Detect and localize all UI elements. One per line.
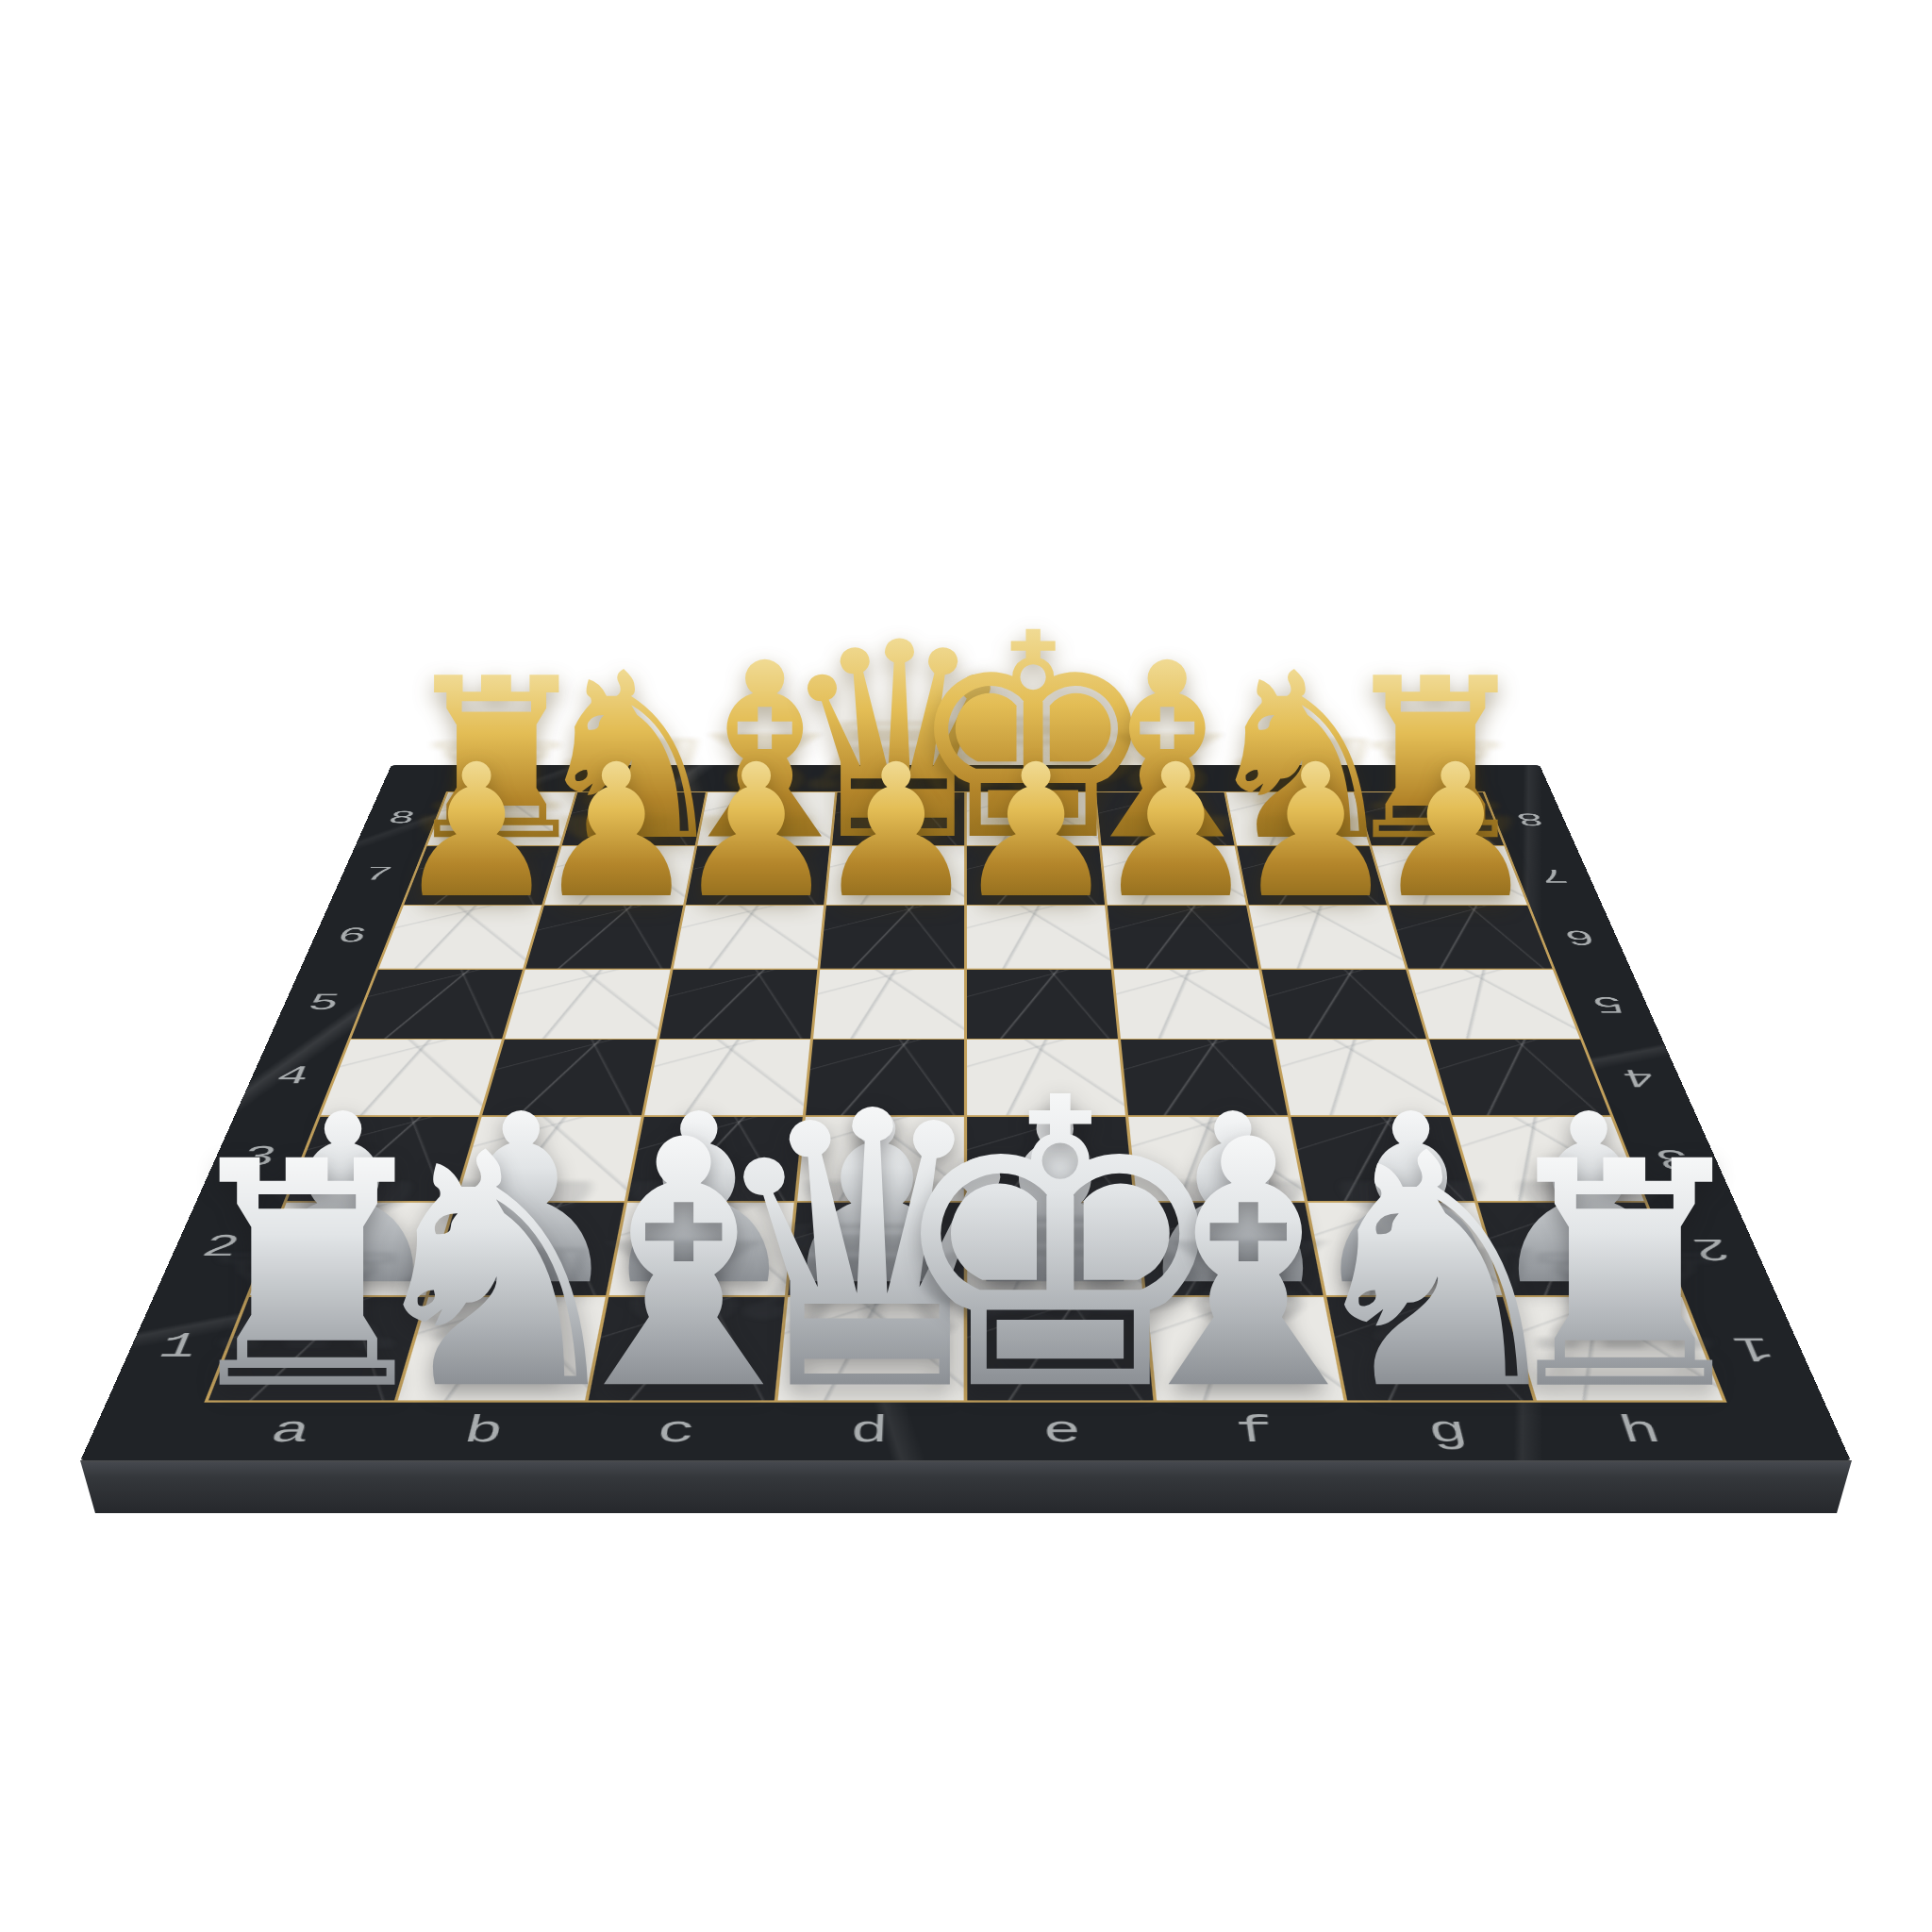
coord-rank-right-7: 7	[1536, 865, 1572, 885]
square-b5[interactable]	[505, 970, 670, 1039]
square-g5[interactable]	[1261, 970, 1426, 1039]
piece-black-pawn-h7[interactable]: ♟	[1373, 740, 1538, 924]
square-h5[interactable]	[1408, 970, 1580, 1039]
chess-scene: abcdefgh1122334455667788 ♜♜♞♞♝♝♛♛♚♚♝♝♞♞♜…	[0, 0, 1932, 1932]
coord-rank-right-6: 6	[1560, 925, 1598, 946]
coord-rank-left-5: 5	[304, 991, 343, 1015]
coord-rank-left-6: 6	[333, 925, 371, 946]
square-a5[interactable]	[351, 970, 523, 1039]
coord-rank-right-5: 5	[1588, 991, 1627, 1015]
square-c5[interactable]	[659, 970, 817, 1039]
coord-rank-left-7: 7	[359, 865, 395, 885]
piece-white-rook-h1[interactable]: ♜	[1485, 1121, 1764, 1432]
